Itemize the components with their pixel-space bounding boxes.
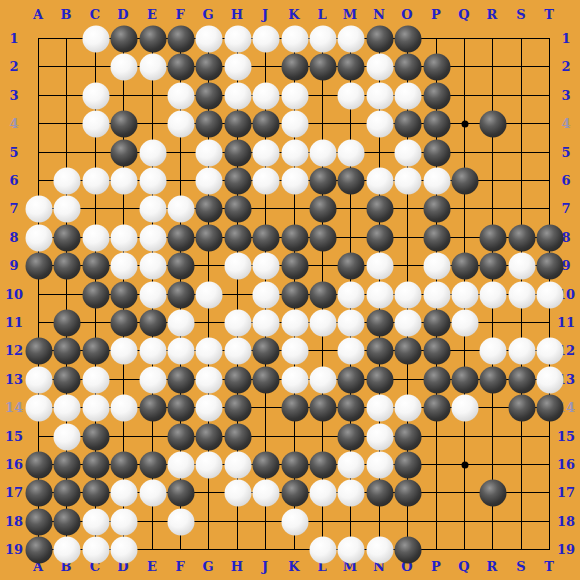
row-label-left: 8 [9, 231, 18, 244]
black-stone-j12[interactable] [252, 337, 279, 364]
black-stone-b8[interactable] [53, 224, 80, 251]
black-stone-p14[interactable] [423, 394, 450, 421]
black-stone-t8[interactable] [536, 224, 563, 251]
black-stone-l2[interactable] [309, 53, 336, 80]
white-stone-b6[interactable] [53, 167, 80, 194]
white-stone-m17[interactable] [337, 479, 364, 506]
white-stone-d14[interactable] [110, 394, 137, 421]
white-stone-n9[interactable] [366, 252, 393, 279]
column-label-bottom: E [147, 560, 157, 573]
white-stone-o11[interactable] [394, 309, 421, 336]
white-stone-b7[interactable] [53, 195, 80, 222]
white-stone-d2[interactable] [110, 53, 137, 80]
white-stone-g5[interactable] [195, 139, 222, 166]
black-stone-q9[interactable] [451, 252, 478, 279]
white-stone-p9[interactable] [423, 252, 450, 279]
black-stone-d1[interactable] [110, 25, 137, 52]
white-stone-e9[interactable] [139, 252, 166, 279]
white-stone-d17[interactable] [110, 479, 137, 506]
black-stone-a9[interactable] [25, 252, 52, 279]
white-stone-r12[interactable] [479, 337, 506, 364]
black-stone-h14[interactable] [224, 394, 251, 421]
black-stone-e14[interactable] [139, 394, 166, 421]
white-stone-c4[interactable] [82, 110, 109, 137]
white-stone-l13[interactable] [309, 366, 336, 393]
white-stone-j5[interactable] [252, 139, 279, 166]
column-label-top: F [175, 8, 184, 21]
white-stone-g6[interactable] [195, 167, 222, 194]
white-stone-q10[interactable] [451, 281, 478, 308]
column-label-top: O [401, 8, 412, 21]
black-stone-b12[interactable] [53, 337, 80, 364]
row-label-right: 16 [557, 458, 575, 471]
black-stone-c12[interactable] [82, 337, 109, 364]
row-label-left: 19 [5, 543, 23, 556]
white-stone-a8[interactable] [25, 224, 52, 251]
white-stone-g13[interactable] [195, 366, 222, 393]
white-stone-f16[interactable] [167, 451, 194, 478]
white-stone-n19[interactable] [366, 536, 393, 563]
white-stone-r10[interactable] [479, 281, 506, 308]
black-stone-r8[interactable] [479, 224, 506, 251]
white-stone-e2[interactable] [139, 53, 166, 80]
white-stone-f4[interactable] [167, 110, 194, 137]
column-label-bottom: F [175, 560, 184, 573]
row-label-left: 3 [9, 89, 18, 102]
black-stone-k9[interactable] [281, 252, 308, 279]
black-stone-p7[interactable] [423, 195, 450, 222]
row-label-left: 9 [9, 259, 18, 272]
white-stone-f18[interactable] [167, 508, 194, 535]
row-label-left: 17 [5, 486, 23, 499]
column-label-bottom: Q [458, 560, 469, 573]
column-label-top: E [147, 8, 157, 21]
white-stone-f12[interactable] [167, 337, 194, 364]
black-stone-m6[interactable] [337, 167, 364, 194]
black-stone-n11[interactable] [366, 309, 393, 336]
black-stone-j4[interactable] [252, 110, 279, 137]
black-stone-n17[interactable] [366, 479, 393, 506]
black-stone-m9[interactable] [337, 252, 364, 279]
black-stone-t9[interactable] [536, 252, 563, 279]
white-stone-n16[interactable] [366, 451, 393, 478]
white-stone-o5[interactable] [394, 139, 421, 166]
white-stone-b15[interactable] [53, 423, 80, 450]
black-stone-l14[interactable] [309, 394, 336, 421]
white-stone-k6[interactable] [281, 167, 308, 194]
grid-hline [38, 436, 550, 437]
black-stone-b18[interactable] [53, 508, 80, 535]
white-stone-m16[interactable] [337, 451, 364, 478]
black-stone-f10[interactable] [167, 281, 194, 308]
black-stone-a16[interactable] [25, 451, 52, 478]
white-stone-g12[interactable] [195, 337, 222, 364]
white-stone-m19[interactable] [337, 536, 364, 563]
black-stone-g15[interactable] [195, 423, 222, 450]
black-stone-b17[interactable] [53, 479, 80, 506]
white-stone-k12[interactable] [281, 337, 308, 364]
white-stone-c8[interactable] [82, 224, 109, 251]
white-stone-h12[interactable] [224, 337, 251, 364]
black-stone-a17[interactable] [25, 479, 52, 506]
black-stone-o15[interactable] [394, 423, 421, 450]
black-stone-o4[interactable] [394, 110, 421, 137]
white-stone-e10[interactable] [139, 281, 166, 308]
white-stone-e6[interactable] [139, 167, 166, 194]
white-stone-h3[interactable] [224, 82, 251, 109]
black-stone-f1[interactable] [167, 25, 194, 52]
black-stone-a12[interactable] [25, 337, 52, 364]
black-stone-g4[interactable] [195, 110, 222, 137]
white-stone-k5[interactable] [281, 139, 308, 166]
white-stone-n2[interactable] [366, 53, 393, 80]
black-stone-c15[interactable] [82, 423, 109, 450]
white-stone-e7[interactable] [139, 195, 166, 222]
white-stone-h17[interactable] [224, 479, 251, 506]
white-stone-q11[interactable] [451, 309, 478, 336]
row-label-right: 17 [557, 486, 575, 499]
row-label-left: 16 [5, 458, 23, 471]
black-stone-k8[interactable] [281, 224, 308, 251]
black-stone-a18[interactable] [25, 508, 52, 535]
white-stone-m11[interactable] [337, 309, 364, 336]
white-stone-a14[interactable] [25, 394, 52, 421]
white-stone-b19[interactable] [53, 536, 80, 563]
white-stone-l11[interactable] [309, 309, 336, 336]
column-label-bottom: R [487, 560, 498, 573]
black-stone-q6[interactable] [451, 167, 478, 194]
black-stone-f13[interactable] [167, 366, 194, 393]
black-stone-n8[interactable] [366, 224, 393, 251]
white-stone-o10[interactable] [394, 281, 421, 308]
black-stone-p4[interactable] [423, 110, 450, 137]
white-stone-g1[interactable] [195, 25, 222, 52]
column-label-bottom: P [431, 560, 441, 573]
row-label-right: 5 [561, 146, 570, 159]
row-label-right: 18 [557, 515, 575, 528]
black-stone-f2[interactable] [167, 53, 194, 80]
white-stone-g16[interactable] [195, 451, 222, 478]
column-label-top: N [373, 8, 385, 21]
column-label-top: P [431, 8, 441, 21]
black-stone-l7[interactable] [309, 195, 336, 222]
black-stone-a19[interactable] [25, 536, 52, 563]
row-label-left: 13 [5, 373, 23, 386]
white-stone-h16[interactable] [224, 451, 251, 478]
column-label-bottom: H [231, 560, 243, 573]
black-stone-o1[interactable] [394, 25, 421, 52]
black-stone-f14[interactable] [167, 394, 194, 421]
black-stone-f8[interactable] [167, 224, 194, 251]
white-stone-e13[interactable] [139, 366, 166, 393]
black-stone-e11[interactable] [139, 309, 166, 336]
white-stone-o3[interactable] [394, 82, 421, 109]
white-stone-m10[interactable] [337, 281, 364, 308]
white-stone-t12[interactable] [536, 337, 563, 364]
black-stone-h13[interactable] [224, 366, 251, 393]
column-label-top: D [117, 8, 128, 21]
black-stone-j8[interactable] [252, 224, 279, 251]
row-label-right: 2 [561, 60, 570, 73]
black-stone-n1[interactable] [366, 25, 393, 52]
white-stone-g10[interactable] [195, 281, 222, 308]
black-stone-d10[interactable] [110, 281, 137, 308]
white-stone-j11[interactable] [252, 309, 279, 336]
row-label-left: 15 [5, 430, 23, 443]
column-label-top: A [33, 8, 43, 21]
column-label-bottom: G [202, 560, 213, 573]
black-stone-l8[interactable] [309, 224, 336, 251]
column-label-bottom: S [516, 560, 525, 573]
white-stone-d18[interactable] [110, 508, 137, 535]
black-stone-n13[interactable] [366, 366, 393, 393]
column-label-top: K [288, 8, 299, 21]
black-stone-c9[interactable] [82, 252, 109, 279]
black-stone-k16[interactable] [281, 451, 308, 478]
black-stone-h15[interactable] [224, 423, 251, 450]
black-stone-j13[interactable] [252, 366, 279, 393]
white-stone-e17[interactable] [139, 479, 166, 506]
black-stone-d5[interactable] [110, 139, 137, 166]
white-stone-n15[interactable] [366, 423, 393, 450]
black-stone-e16[interactable] [139, 451, 166, 478]
white-stone-c13[interactable] [82, 366, 109, 393]
white-stone-k13[interactable] [281, 366, 308, 393]
black-stone-n7[interactable] [366, 195, 393, 222]
black-stone-c10[interactable] [82, 281, 109, 308]
white-stone-s9[interactable] [508, 252, 535, 279]
black-stone-r17[interactable] [479, 479, 506, 506]
white-stone-d8[interactable] [110, 224, 137, 251]
white-stone-l19[interactable] [309, 536, 336, 563]
white-stone-j17[interactable] [252, 479, 279, 506]
black-stone-p11[interactable] [423, 309, 450, 336]
row-label-left: 18 [5, 515, 23, 528]
white-stone-c1[interactable] [82, 25, 109, 52]
white-stone-n10[interactable] [366, 281, 393, 308]
white-stone-m12[interactable] [337, 337, 364, 364]
black-stone-h5[interactable] [224, 139, 251, 166]
black-stone-r4[interactable] [479, 110, 506, 137]
star-point-q16 [461, 461, 468, 468]
row-label-left: 4 [9, 117, 18, 130]
white-stone-k18[interactable] [281, 508, 308, 535]
row-label-left: 10 [5, 288, 23, 301]
white-stone-t10[interactable] [536, 281, 563, 308]
black-stone-c17[interactable] [82, 479, 109, 506]
black-stone-p12[interactable] [423, 337, 450, 364]
row-label-left: 14 [5, 401, 23, 414]
white-stone-d9[interactable] [110, 252, 137, 279]
white-stone-c19[interactable] [82, 536, 109, 563]
black-stone-o19[interactable] [394, 536, 421, 563]
column-label-top: H [231, 8, 243, 21]
white-stone-c18[interactable] [82, 508, 109, 535]
black-stone-k17[interactable] [281, 479, 308, 506]
white-stone-f7[interactable] [167, 195, 194, 222]
black-stone-p3[interactable] [423, 82, 450, 109]
white-stone-n6[interactable] [366, 167, 393, 194]
black-stone-l6[interactable] [309, 167, 336, 194]
black-stone-b9[interactable] [53, 252, 80, 279]
white-stone-j10[interactable] [252, 281, 279, 308]
white-stone-o14[interactable] [394, 394, 421, 421]
white-stone-s12[interactable] [508, 337, 535, 364]
row-label-left: 7 [9, 202, 18, 215]
black-stone-s14[interactable] [508, 394, 535, 421]
row-label-left: 1 [9, 32, 18, 45]
white-stone-t13[interactable] [536, 366, 563, 393]
white-stone-d19[interactable] [110, 536, 137, 563]
white-stone-a7[interactable] [25, 195, 52, 222]
black-stone-g3[interactable] [195, 82, 222, 109]
white-stone-e8[interactable] [139, 224, 166, 251]
column-label-bottom: K [288, 560, 299, 573]
black-stone-f17[interactable] [167, 479, 194, 506]
row-label-right: 6 [561, 174, 570, 187]
row-label-left: 5 [9, 146, 18, 159]
white-stone-j9[interactable] [252, 252, 279, 279]
column-label-top: B [61, 8, 72, 21]
black-stone-r13[interactable] [479, 366, 506, 393]
black-stone-k2[interactable] [281, 53, 308, 80]
white-stone-k11[interactable] [281, 309, 308, 336]
black-stone-o17[interactable] [394, 479, 421, 506]
row-label-left: 11 [5, 316, 23, 329]
white-stone-f3[interactable] [167, 82, 194, 109]
row-label-right: 7 [561, 202, 570, 215]
black-stone-m2[interactable] [337, 53, 364, 80]
black-stone-f15[interactable] [167, 423, 194, 450]
column-label-top: L [317, 8, 326, 21]
black-stone-p5[interactable] [423, 139, 450, 166]
black-stone-q13[interactable] [451, 366, 478, 393]
white-stone-m5[interactable] [337, 139, 364, 166]
white-stone-c14[interactable] [82, 394, 109, 421]
black-stone-s13[interactable] [508, 366, 535, 393]
column-label-top: Q [458, 8, 469, 21]
white-stone-k1[interactable] [281, 25, 308, 52]
black-stone-o16[interactable] [394, 451, 421, 478]
black-stone-e1[interactable] [139, 25, 166, 52]
column-label-top: R [487, 8, 498, 21]
row-label-left: 6 [9, 174, 18, 187]
black-stone-k14[interactable] [281, 394, 308, 421]
black-stone-b11[interactable] [53, 309, 80, 336]
white-stone-j3[interactable] [252, 82, 279, 109]
white-stone-b14[interactable] [53, 394, 80, 421]
white-stone-j6[interactable] [252, 167, 279, 194]
white-stone-g14[interactable] [195, 394, 222, 421]
white-stone-k3[interactable] [281, 82, 308, 109]
white-stone-h9[interactable] [224, 252, 251, 279]
black-stone-d4[interactable] [110, 110, 137, 137]
white-stone-d6[interactable] [110, 167, 137, 194]
black-stone-g8[interactable] [195, 224, 222, 251]
white-stone-m1[interactable] [337, 25, 364, 52]
white-stone-l17[interactable] [309, 479, 336, 506]
black-stone-h6[interactable] [224, 167, 251, 194]
black-stone-m14[interactable] [337, 394, 364, 421]
black-stone-m15[interactable] [337, 423, 364, 450]
row-label-right: 15 [557, 430, 575, 443]
white-stone-j1[interactable] [252, 25, 279, 52]
white-stone-d12[interactable] [110, 337, 137, 364]
white-stone-l5[interactable] [309, 139, 336, 166]
column-label-top: J [262, 8, 268, 21]
go-board[interactable]: AA11BB22CC33DD44EE55FF66GG77HH88JJ99KK10… [0, 0, 580, 580]
black-stone-b13[interactable] [53, 366, 80, 393]
white-stone-p10[interactable] [423, 281, 450, 308]
white-stone-a13[interactable] [25, 366, 52, 393]
black-stone-m13[interactable] [337, 366, 364, 393]
white-stone-l1[interactable] [309, 25, 336, 52]
black-stone-l16[interactable] [309, 451, 336, 478]
black-stone-d16[interactable] [110, 451, 137, 478]
white-stone-c3[interactable] [82, 82, 109, 109]
black-stone-g2[interactable] [195, 53, 222, 80]
white-stone-o6[interactable] [394, 167, 421, 194]
black-stone-d11[interactable] [110, 309, 137, 336]
black-stone-o2[interactable] [394, 53, 421, 80]
column-label-top: C [90, 8, 100, 21]
white-stone-k4[interactable] [281, 110, 308, 137]
black-stone-p2[interactable] [423, 53, 450, 80]
column-label-bottom: J [262, 560, 268, 573]
row-label-right: 1 [561, 32, 570, 45]
white-stone-h1[interactable] [224, 25, 251, 52]
white-stone-n3[interactable] [366, 82, 393, 109]
black-stone-b16[interactable] [53, 451, 80, 478]
black-stone-p13[interactable] [423, 366, 450, 393]
white-stone-n4[interactable] [366, 110, 393, 137]
black-stone-h4[interactable] [224, 110, 251, 137]
white-stone-s10[interactable] [508, 281, 535, 308]
black-stone-k10[interactable] [281, 281, 308, 308]
white-stone-c6[interactable] [82, 167, 109, 194]
black-stone-j16[interactable] [252, 451, 279, 478]
white-stone-h11[interactable] [224, 309, 251, 336]
white-stone-h2[interactable] [224, 53, 251, 80]
white-stone-f11[interactable] [167, 309, 194, 336]
black-stone-g7[interactable] [195, 195, 222, 222]
row-label-right: 3 [561, 89, 570, 102]
white-stone-e5[interactable] [139, 139, 166, 166]
black-stone-l10[interactable] [309, 281, 336, 308]
black-stone-h8[interactable] [224, 224, 251, 251]
row-label-right: 4 [561, 117, 570, 130]
white-stone-e12[interactable] [139, 337, 166, 364]
black-stone-c16[interactable] [82, 451, 109, 478]
black-stone-s8[interactable] [508, 224, 535, 251]
row-label-right: 11 [557, 316, 575, 329]
white-stone-n14[interactable] [366, 394, 393, 421]
white-stone-q14[interactable] [451, 394, 478, 421]
black-stone-o12[interactable] [394, 337, 421, 364]
white-stone-m3[interactable] [337, 82, 364, 109]
black-stone-r9[interactable] [479, 252, 506, 279]
black-stone-f9[interactable] [167, 252, 194, 279]
black-stone-t14[interactable] [536, 394, 563, 421]
column-label-top: M [343, 8, 357, 21]
black-stone-n12[interactable] [366, 337, 393, 364]
column-label-bottom: T [544, 560, 554, 573]
column-label-top: G [202, 8, 213, 21]
column-label-top: T [544, 8, 554, 21]
black-stone-p8[interactable] [423, 224, 450, 251]
black-stone-h7[interactable] [224, 195, 251, 222]
white-stone-p6[interactable] [423, 167, 450, 194]
